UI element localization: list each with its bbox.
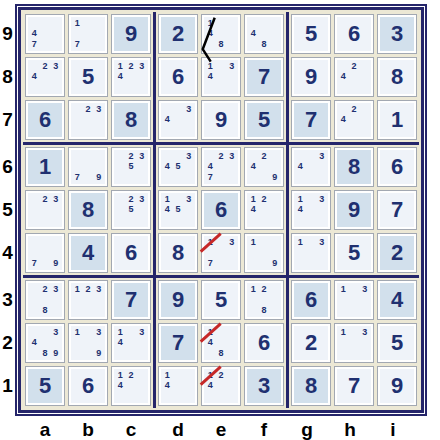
cell-e9[interactable]: 148: [201, 14, 241, 54]
cell-i7[interactable]: 1: [377, 100, 417, 140]
candidate-3: 3: [183, 151, 194, 162]
candidate-9: 9: [269, 258, 280, 269]
cell-b6[interactable]: 79: [68, 147, 108, 187]
candidate-1: 1: [338, 327, 349, 338]
cell-e4[interactable]: 137: [201, 233, 241, 273]
candidate-4: 4: [29, 72, 40, 83]
candidate-2: 2: [40, 194, 51, 205]
cell-value: 7: [172, 332, 184, 354]
candidate-1: 1: [248, 237, 259, 248]
candidate-1: 1: [115, 327, 126, 338]
candidate-3: 3: [50, 194, 61, 205]
col-label-d: d: [168, 419, 188, 440]
candidate-1: 1: [205, 61, 216, 72]
candidate-8: 8: [40, 305, 51, 316]
cell-value: 9: [172, 289, 184, 311]
candidate-7: 7: [29, 39, 40, 50]
cell-value: 8: [125, 109, 137, 131]
cell-value: 6: [348, 23, 360, 45]
box-2: 214848613473495: [156, 12, 286, 142]
cell-value: 5: [391, 332, 403, 354]
cell-c6[interactable]: 235: [111, 147, 151, 187]
candidate-1: 1: [115, 370, 126, 381]
box-6: 3486134971352: [289, 145, 419, 275]
cell-d7[interactable]: 34: [158, 100, 198, 140]
cell-b1[interactable]: 6: [68, 366, 108, 406]
candidate-7: 7: [72, 172, 83, 183]
cell-i3[interactable]: 4: [377, 280, 417, 320]
cell-value: 6: [215, 199, 227, 221]
cell-f3[interactable]: 128: [244, 280, 284, 320]
cell-value: 6: [39, 109, 51, 131]
col-label-a: a: [35, 419, 55, 440]
cell-value: 9: [305, 66, 317, 88]
col-label-i: i: [383, 419, 403, 440]
cell-value: 7: [305, 109, 317, 131]
cell-d1[interactable]: 14: [158, 366, 198, 406]
candidate-5: 5: [173, 205, 184, 216]
candidate-4: 4: [205, 72, 216, 83]
candidate-9: 9: [93, 172, 104, 183]
candidate-4: 4: [248, 205, 259, 216]
cell-i4[interactable]: 2: [377, 233, 417, 273]
row-label-4: 4: [0, 242, 15, 264]
candidate-1: 1: [205, 370, 216, 381]
cell-value: 7: [258, 66, 270, 88]
col-label-g: g: [297, 419, 317, 440]
cell-c1[interactable]: 124: [111, 366, 151, 406]
cell-c9[interactable]: 9: [111, 14, 151, 54]
cell-g5[interactable]: 134: [291, 190, 331, 230]
candidate-3: 3: [316, 194, 327, 205]
cell-value: 6: [125, 242, 137, 264]
candidate-4: 4: [29, 338, 40, 349]
candidate-4: 4: [205, 338, 216, 349]
cell-value: 1: [39, 156, 51, 178]
cell-value: 6: [172, 66, 184, 88]
box-8: 9512871486141243: [156, 278, 286, 408]
cell-value: 7: [391, 199, 403, 221]
candidate-5: 5: [126, 205, 137, 216]
candidate-1: 1: [162, 370, 173, 381]
cell-h2[interactable]: 13: [334, 323, 374, 363]
row-label-9: 9: [0, 23, 15, 45]
cell-a3[interactable]: 238: [25, 280, 65, 320]
cell-d6[interactable]: 345: [158, 147, 198, 187]
candidate-1: 1: [295, 194, 306, 205]
cell-value: 8: [348, 156, 360, 178]
cell-a9[interactable]: 47: [25, 14, 65, 54]
cell-c8[interactable]: 1234: [111, 57, 151, 97]
candidate-1: 1: [248, 194, 259, 205]
candidate-2: 2: [126, 151, 137, 162]
cell-h9[interactable]: 6: [334, 14, 374, 54]
cell-value: 3: [258, 375, 270, 397]
candidate-1: 1: [205, 18, 216, 29]
cell-e6[interactable]: 2347: [201, 147, 241, 187]
candidate-2: 2: [126, 61, 137, 72]
cell-g3[interactable]: 6: [291, 280, 331, 320]
candidate-9: 9: [269, 172, 280, 183]
cell-h7[interactable]: 24: [334, 100, 374, 140]
cell-f5[interactable]: 124: [244, 190, 284, 230]
cell-h5[interactable]: 9: [334, 190, 374, 230]
cell-value: 9: [215, 109, 227, 131]
cell-e5[interactable]: 6: [201, 190, 241, 230]
candidate-2: 2: [259, 284, 270, 295]
candidate-2: 2: [83, 284, 94, 295]
candidate-4: 4: [162, 162, 173, 173]
cell-value: 6: [305, 289, 317, 311]
cell-i2[interactable]: 5: [377, 323, 417, 363]
candidate-8: 8: [40, 348, 51, 359]
cell-value: 1: [391, 109, 403, 131]
cell-value: 5: [82, 66, 94, 88]
cell-a8[interactable]: 234: [25, 57, 65, 97]
candidate-3: 3: [226, 151, 237, 162]
cell-f6[interactable]: 249: [244, 147, 284, 187]
candidate-3: 3: [316, 237, 327, 248]
cell-g7[interactable]: 7: [291, 100, 331, 140]
cell-b8[interactable]: 5: [68, 57, 108, 97]
cell-value: 9: [125, 23, 137, 45]
cell-d3[interactable]: 9: [158, 280, 198, 320]
cell-h3[interactable]: 13: [334, 280, 374, 320]
cell-c5[interactable]: 235: [111, 190, 151, 230]
cell-value: 8: [305, 375, 317, 397]
cell-e1[interactable]: 124: [201, 366, 241, 406]
cell-g9[interactable]: 5: [291, 14, 331, 54]
cell-f7[interactable]: 5: [244, 100, 284, 140]
cell-value: 2: [172, 23, 184, 45]
candidate-4: 4: [248, 162, 259, 173]
cell-value: 8: [391, 66, 403, 88]
cell-d4[interactable]: 8: [158, 233, 198, 273]
cell-g6[interactable]: 34: [291, 147, 331, 187]
candidate-3: 3: [226, 61, 237, 72]
candidate-7: 7: [205, 172, 216, 183]
cell-value: 4: [391, 289, 403, 311]
candidate-3: 3: [136, 151, 147, 162]
candidate-4: 4: [162, 381, 173, 392]
candidate-7: 7: [72, 39, 83, 50]
cell-i1[interactable]: 9: [377, 366, 417, 406]
candidate-3: 3: [93, 104, 104, 115]
cell-i5[interactable]: 7: [377, 190, 417, 230]
cell-i8[interactable]: 8: [377, 57, 417, 97]
cell-f4[interactable]: 19: [244, 233, 284, 273]
cell-d9[interactable]: 2: [158, 14, 198, 54]
cell-a7[interactable]: 6: [25, 100, 65, 140]
candidate-9: 9: [50, 258, 61, 269]
box-4: 1792352382357946: [23, 145, 153, 275]
cell-c2[interactable]: 134: [111, 323, 151, 363]
candidate-1: 1: [338, 284, 349, 295]
cell-a6[interactable]: 1: [25, 147, 65, 187]
cell-a2[interactable]: 3489: [25, 323, 65, 363]
cell-value: 2: [391, 242, 403, 264]
candidate-2: 2: [126, 370, 137, 381]
row-label-1: 1: [0, 375, 15, 397]
cell-d8[interactable]: 6: [158, 57, 198, 97]
cell-g4[interactable]: 13: [291, 233, 331, 273]
candidate-4: 4: [205, 162, 216, 173]
candidate-8: 8: [259, 39, 270, 50]
cell-value: 6: [82, 375, 94, 397]
candidate-3: 3: [136, 194, 147, 205]
candidate-4: 4: [29, 29, 40, 40]
cell-value: 2: [305, 332, 317, 354]
cell-b7[interactable]: 23: [68, 100, 108, 140]
cell-value: 4: [82, 242, 94, 264]
cell-e8[interactable]: 134: [201, 57, 241, 97]
candidate-3: 3: [50, 284, 61, 295]
candidate-2: 2: [216, 151, 227, 162]
cell-c7[interactable]: 8: [111, 100, 151, 140]
cell-h4[interactable]: 5: [334, 233, 374, 273]
candidate-3: 3: [136, 327, 147, 338]
candidate-1: 1: [248, 284, 259, 295]
cell-e2[interactable]: 148: [201, 323, 241, 363]
cell-d5[interactable]: 1345: [158, 190, 198, 230]
cell-b2[interactable]: 139: [68, 323, 108, 363]
candidate-1: 1: [205, 327, 216, 338]
candidate-4: 4: [162, 115, 173, 126]
cell-g1[interactable]: 8: [291, 366, 331, 406]
sudoku-app: 4717923451234623821484861347349556392487…: [0, 0, 440, 440]
candidate-8: 8: [216, 348, 227, 359]
candidate-3: 3: [50, 327, 61, 338]
candidate-3: 3: [93, 327, 104, 338]
cell-value: 5: [258, 109, 270, 131]
candidate-4: 4: [295, 162, 306, 173]
candidate-7: 7: [29, 258, 40, 269]
box-7: 2381237348913913456124: [23, 278, 153, 408]
candidate-9: 9: [50, 348, 61, 359]
cell-b5[interactable]: 8: [68, 190, 108, 230]
candidate-1: 1: [295, 237, 306, 248]
cell-value: 7: [125, 289, 137, 311]
cell-g2[interactable]: 2: [291, 323, 331, 363]
candidate-2: 2: [349, 104, 360, 115]
candidate-4: 4: [115, 338, 126, 349]
cell-h1[interactable]: 7: [334, 366, 374, 406]
candidate-1: 1: [205, 237, 216, 248]
cell-value: 5: [305, 23, 317, 45]
candidate-2: 2: [259, 151, 270, 162]
box-5: 345234724913456124813719: [156, 145, 286, 275]
cell-g8[interactable]: 9: [291, 57, 331, 97]
cell-c4[interactable]: 6: [111, 233, 151, 273]
col-label-f: f: [254, 419, 274, 440]
cell-value: 3: [391, 23, 403, 45]
cell-value: 6: [258, 332, 270, 354]
cell-b4[interactable]: 4: [68, 233, 108, 273]
candidate-8: 8: [216, 39, 227, 50]
row-label-5: 5: [0, 199, 15, 221]
candidate-3: 3: [359, 284, 370, 295]
cell-b3[interactable]: 123: [68, 280, 108, 320]
candidate-2: 2: [40, 284, 51, 295]
candidate-3: 3: [359, 327, 370, 338]
candidate-3: 3: [93, 284, 104, 295]
cell-value: 7: [348, 375, 360, 397]
row-label-8: 8: [0, 66, 15, 88]
row-label-7: 7: [0, 109, 15, 131]
box-3: 56392487241: [289, 12, 419, 142]
candidate-5: 5: [173, 162, 184, 173]
cell-value: 5: [215, 289, 227, 311]
cell-f2[interactable]: 6: [244, 323, 284, 363]
candidate-4: 4: [338, 115, 349, 126]
candidate-4: 4: [205, 381, 216, 392]
cell-value: 6: [391, 156, 403, 178]
candidate-4: 4: [338, 72, 349, 83]
candidate-4: 4: [248, 29, 259, 40]
cell-value: 9: [348, 199, 360, 221]
cell-f8[interactable]: 7: [244, 57, 284, 97]
row-label-6: 6: [0, 156, 15, 178]
candidate-3: 3: [50, 61, 61, 72]
cell-h6[interactable]: 8: [334, 147, 374, 187]
cell-value: 9: [391, 375, 403, 397]
candidate-4: 4: [205, 29, 216, 40]
candidate-1: 1: [72, 327, 83, 338]
cell-d2[interactable]: 7: [158, 323, 198, 363]
col-label-e: e: [211, 419, 231, 440]
col-label-b: b: [78, 419, 98, 440]
candidate-1: 1: [72, 284, 83, 295]
candidate-9: 9: [93, 348, 104, 359]
candidate-1: 1: [115, 61, 126, 72]
candidate-2: 2: [83, 104, 94, 115]
col-label-c: c: [121, 419, 141, 440]
cell-e3[interactable]: 5: [201, 280, 241, 320]
candidate-2: 2: [259, 194, 270, 205]
cell-i6[interactable]: 6: [377, 147, 417, 187]
candidate-3: 3: [136, 61, 147, 72]
candidate-2: 2: [216, 370, 227, 381]
candidate-2: 2: [349, 61, 360, 72]
cell-b9[interactable]: 17: [68, 14, 108, 54]
board-grid: 4717923451234623821484861347349556392487…: [23, 12, 419, 408]
candidate-8: 8: [259, 305, 270, 316]
cell-c3[interactable]: 7: [111, 280, 151, 320]
cell-value: 8: [82, 199, 94, 221]
cell-a4[interactable]: 79: [25, 233, 65, 273]
box-9: 61342135879: [289, 278, 419, 408]
cell-value: 8: [172, 242, 184, 264]
candidate-4: 4: [162, 205, 173, 216]
row-label-3: 3: [0, 289, 15, 311]
box-1: 47179234512346238: [23, 12, 153, 142]
candidate-3: 3: [316, 151, 327, 162]
candidate-3: 3: [226, 237, 237, 248]
candidate-4: 4: [295, 205, 306, 216]
candidate-3: 3: [183, 194, 194, 205]
board-frame: 4717923451234623821484861347349556392487…: [18, 7, 424, 413]
candidate-3: 3: [183, 104, 194, 115]
cell-f9[interactable]: 48: [244, 14, 284, 54]
candidate-2: 2: [126, 194, 137, 205]
candidate-1: 1: [72, 18, 83, 29]
cell-a1[interactable]: 5: [25, 366, 65, 406]
candidate-2: 2: [40, 61, 51, 72]
cell-value: 5: [348, 242, 360, 264]
candidate-4: 4: [115, 381, 126, 392]
row-label-2: 2: [0, 332, 15, 354]
cell-i9[interactable]: 3: [377, 14, 417, 54]
candidate-5: 5: [126, 162, 137, 173]
cell-e7[interactable]: 9: [201, 100, 241, 140]
col-label-h: h: [340, 419, 360, 440]
candidate-4: 4: [115, 72, 126, 83]
cell-value: 5: [39, 375, 51, 397]
cell-h8[interactable]: 24: [334, 57, 374, 97]
cell-f1[interactable]: 3: [244, 366, 284, 406]
candidate-7: 7: [205, 258, 216, 269]
cell-a5[interactable]: 23: [25, 190, 65, 230]
sudoku-board: 4717923451234623821484861347349556392487…: [15, 4, 427, 416]
candidate-1: 1: [162, 194, 173, 205]
